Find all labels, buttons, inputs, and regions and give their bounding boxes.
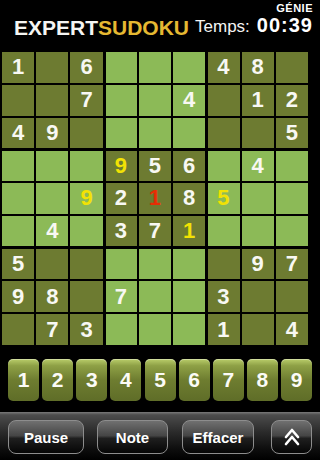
- cell-r2c6[interactable]: 4: [173, 85, 205, 116]
- cell-r1c1[interactable]: 1: [2, 52, 34, 83]
- cell-r9c6[interactable]: [173, 314, 205, 345]
- numpad-button-5[interactable]: 5: [145, 359, 176, 401]
- cell-r4c7[interactable]: [207, 150, 239, 181]
- cell-r7c6[interactable]: [173, 249, 205, 280]
- cell-r6c8[interactable]: [242, 216, 274, 247]
- difficulty-label: GÉNIE: [276, 2, 313, 14]
- cell-r1c8[interactable]: 8: [242, 52, 274, 83]
- cell-r3c3[interactable]: [70, 118, 102, 149]
- cell-r9c3[interactable]: 3: [70, 314, 102, 345]
- cell-r6c4[interactable]: 3: [105, 216, 137, 247]
- cell-r1c6[interactable]: [173, 52, 205, 83]
- cell-r8c6[interactable]: [173, 281, 205, 312]
- cell-r7c3[interactable]: [70, 249, 102, 280]
- cell-r9c1[interactable]: [2, 314, 34, 345]
- cell-r1c7[interactable]: 4: [207, 52, 239, 83]
- app-title: EXPERTSUDOKU: [14, 16, 189, 40]
- cell-r2c1[interactable]: [2, 85, 34, 116]
- cell-r6c2[interactable]: 4: [36, 216, 68, 247]
- cell-r5c3[interactable]: 9: [70, 183, 102, 214]
- cell-r4c4[interactable]: 9: [105, 150, 137, 181]
- cell-r8c9[interactable]: [276, 281, 308, 312]
- cell-r3c1[interactable]: 4: [2, 118, 34, 149]
- cell-r5c4[interactable]: 2: [105, 183, 137, 214]
- timer-value: 00:39: [257, 14, 313, 37]
- bottom-toolbar: Pause Note Effacer: [0, 412, 320, 460]
- cell-r3c5[interactable]: [139, 118, 171, 149]
- cell-r6c3[interactable]: [70, 216, 102, 247]
- cell-r4c6[interactable]: 6: [173, 150, 205, 181]
- cell-r9c4[interactable]: [105, 314, 137, 345]
- cell-r4c3[interactable]: [70, 150, 102, 181]
- cell-r2c8[interactable]: 1: [242, 85, 274, 116]
- cell-r5c9[interactable]: [276, 183, 308, 214]
- cell-r1c2[interactable]: [36, 52, 68, 83]
- box-separator: [205, 52, 208, 345]
- cell-r8c5[interactable]: [139, 281, 171, 312]
- cell-r7c1[interactable]: 5: [2, 249, 34, 280]
- cell-r7c2[interactable]: [36, 249, 68, 280]
- cell-r8c8[interactable]: [242, 281, 274, 312]
- box-separator: [2, 246, 308, 249]
- cell-r6c5[interactable]: 7: [139, 216, 171, 247]
- cell-r7c9[interactable]: 7: [276, 249, 308, 280]
- cell-r8c2[interactable]: 8: [36, 281, 68, 312]
- cell-r4c8[interactable]: 4: [242, 150, 274, 181]
- cell-r7c4[interactable]: [105, 249, 137, 280]
- cell-r9c5[interactable]: [139, 314, 171, 345]
- note-button[interactable]: Note: [97, 420, 168, 454]
- sudoku-board: 16487412495956492185437159798737314: [2, 52, 308, 345]
- cell-r5c1[interactable]: [2, 183, 34, 214]
- numpad-button-4[interactable]: 4: [110, 359, 141, 401]
- cell-r4c1[interactable]: [2, 150, 34, 181]
- cell-r3c8[interactable]: [242, 118, 274, 149]
- pause-button[interactable]: Pause: [8, 420, 84, 454]
- expand-button[interactable]: [271, 420, 312, 454]
- cell-r1c5[interactable]: [139, 52, 171, 83]
- numpad-button-7[interactable]: 7: [213, 359, 244, 401]
- cell-r5c6[interactable]: 8: [173, 183, 205, 214]
- cell-r2c5[interactable]: [139, 85, 171, 116]
- chevron-double-up-icon: [283, 427, 301, 447]
- cell-r6c6[interactable]: 1: [173, 216, 205, 247]
- cell-r8c3[interactable]: [70, 281, 102, 312]
- cell-r2c4[interactable]: [105, 85, 137, 116]
- cell-r4c9[interactable]: [276, 150, 308, 181]
- cell-r6c7[interactable]: [207, 216, 239, 247]
- cell-r3c6[interactable]: [173, 118, 205, 149]
- cell-r5c5[interactable]: 1: [139, 183, 171, 214]
- cell-r6c1[interactable]: [2, 216, 34, 247]
- cell-r5c8[interactable]: [242, 183, 274, 214]
- cell-r7c5[interactable]: [139, 249, 171, 280]
- cell-r1c9[interactable]: [276, 52, 308, 83]
- cell-r3c2[interactable]: 9: [36, 118, 68, 149]
- cell-r4c5[interactable]: 5: [139, 150, 171, 181]
- cell-r4c2[interactable]: [36, 150, 68, 181]
- cell-r2c7[interactable]: [207, 85, 239, 116]
- cell-r9c2[interactable]: 7: [36, 314, 68, 345]
- cell-r9c9[interactable]: 4: [276, 314, 308, 345]
- timer-label: Temps:: [195, 17, 250, 37]
- numpad-button-9[interactable]: 9: [281, 359, 312, 401]
- cell-r6c9[interactable]: [276, 216, 308, 247]
- cell-r7c8[interactable]: 9: [242, 249, 274, 280]
- cell-r1c4[interactable]: [105, 52, 137, 83]
- cell-r9c8[interactable]: [242, 314, 274, 345]
- numpad-button-2[interactable]: 2: [42, 359, 73, 401]
- numpad-button-8[interactable]: 8: [247, 359, 278, 401]
- cell-r5c7[interactable]: 5: [207, 183, 239, 214]
- cell-r9c7[interactable]: 1: [207, 314, 239, 345]
- cell-r3c9[interactable]: 5: [276, 118, 308, 149]
- cell-r8c1[interactable]: 9: [2, 281, 34, 312]
- app-title-expert: EXPERT: [14, 16, 98, 39]
- cell-r3c4[interactable]: [105, 118, 137, 149]
- cell-r2c9[interactable]: 2: [276, 85, 308, 116]
- app-title-sudoku: SUDOKU: [98, 16, 189, 39]
- cell-r3c7[interactable]: [207, 118, 239, 149]
- erase-button[interactable]: Effacer: [182, 420, 254, 454]
- numpad-button-6[interactable]: 6: [179, 359, 210, 401]
- numpad-button-3[interactable]: 3: [76, 359, 107, 401]
- numpad-button-1[interactable]: 1: [8, 359, 39, 401]
- timer: Temps: 00:39: [195, 14, 313, 37]
- cell-r2c3[interactable]: 7: [70, 85, 102, 116]
- cell-r1c3[interactable]: 6: [70, 52, 102, 83]
- cell-r5c2[interactable]: [36, 183, 68, 214]
- cell-r8c4[interactable]: 7: [105, 281, 137, 312]
- number-pad: 123456789: [8, 359, 312, 401]
- box-separator: [103, 52, 106, 345]
- cell-r8c7[interactable]: 3: [207, 281, 239, 312]
- cell-r7c7[interactable]: [207, 249, 239, 280]
- box-separator: [2, 148, 308, 151]
- cell-r2c2[interactable]: [36, 85, 68, 116]
